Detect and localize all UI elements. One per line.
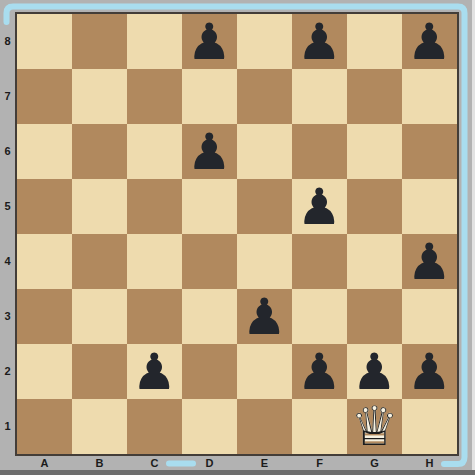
rank-label-3: 3 bbox=[0, 289, 15, 344]
square-f7[interactable] bbox=[292, 69, 347, 124]
black-pawn[interactable]: ♟ bbox=[292, 344, 347, 399]
square-a6[interactable] bbox=[17, 124, 72, 179]
square-f4[interactable] bbox=[292, 234, 347, 289]
square-a8[interactable] bbox=[17, 14, 72, 69]
square-c7[interactable] bbox=[127, 69, 182, 124]
square-a2[interactable] bbox=[17, 344, 72, 399]
black-pawn[interactable]: ♟ bbox=[182, 14, 237, 69]
black-pawn[interactable]: ♟ bbox=[292, 14, 347, 69]
square-h4[interactable]: ♟ bbox=[402, 234, 457, 289]
square-h8[interactable]: ♟ bbox=[402, 14, 457, 69]
square-h7[interactable] bbox=[402, 69, 457, 124]
square-a5[interactable] bbox=[17, 179, 72, 234]
square-g2[interactable]: ♟ bbox=[347, 344, 402, 399]
square-e2[interactable] bbox=[237, 344, 292, 399]
black-pawn[interactable]: ♟ bbox=[127, 344, 182, 399]
rank-label-2: 2 bbox=[0, 344, 15, 399]
square-d4[interactable] bbox=[182, 234, 237, 289]
square-c3[interactable] bbox=[127, 289, 182, 344]
square-a7[interactable] bbox=[17, 69, 72, 124]
square-d6[interactable]: ♟ bbox=[182, 124, 237, 179]
square-a4[interactable] bbox=[17, 234, 72, 289]
square-g6[interactable] bbox=[347, 124, 402, 179]
square-e5[interactable] bbox=[237, 179, 292, 234]
square-b8[interactable] bbox=[72, 14, 127, 69]
square-d2[interactable] bbox=[182, 344, 237, 399]
square-a3[interactable] bbox=[17, 289, 72, 344]
square-b3[interactable] bbox=[72, 289, 127, 344]
square-f8[interactable]: ♟ bbox=[292, 14, 347, 69]
square-d1[interactable] bbox=[182, 399, 237, 454]
rank-label-4: 4 bbox=[0, 234, 15, 289]
square-h5[interactable] bbox=[402, 179, 457, 234]
square-g8[interactable] bbox=[347, 14, 402, 69]
square-b4[interactable] bbox=[72, 234, 127, 289]
file-label-b: B bbox=[72, 455, 127, 471]
file-label-a: A bbox=[17, 455, 72, 471]
rank-label-6: 6 bbox=[0, 124, 15, 179]
rank-label-5: 5 bbox=[0, 179, 15, 234]
file-label-h: H bbox=[402, 455, 457, 471]
square-c8[interactable] bbox=[127, 14, 182, 69]
square-c5[interactable] bbox=[127, 179, 182, 234]
rank-label-8: 8 bbox=[0, 14, 15, 69]
square-c2[interactable]: ♟ bbox=[127, 344, 182, 399]
square-e7[interactable] bbox=[237, 69, 292, 124]
square-g3[interactable] bbox=[347, 289, 402, 344]
black-pawn[interactable]: ♟ bbox=[237, 289, 292, 344]
square-f5[interactable]: ♟ bbox=[292, 179, 347, 234]
square-g4[interactable] bbox=[347, 234, 402, 289]
file-label-c: C bbox=[127, 455, 182, 471]
square-h6[interactable] bbox=[402, 124, 457, 179]
square-a1[interactable] bbox=[17, 399, 72, 454]
square-g1[interactable]: ♛♕ bbox=[347, 399, 402, 454]
square-b2[interactable] bbox=[72, 344, 127, 399]
square-b7[interactable] bbox=[72, 69, 127, 124]
chess-board-widget: ♟♟♟♟♟♟♟♟♟♟♟♛♕ 87654321 ABCDEFGH bbox=[0, 0, 475, 475]
file-label-f: F bbox=[292, 455, 347, 471]
file-label-g: G bbox=[347, 455, 402, 471]
file-label-d: D bbox=[182, 455, 237, 471]
square-d8[interactable]: ♟ bbox=[182, 14, 237, 69]
square-b1[interactable] bbox=[72, 399, 127, 454]
black-pawn[interactable]: ♟ bbox=[182, 124, 237, 179]
square-d7[interactable] bbox=[182, 69, 237, 124]
black-pawn[interactable]: ♟ bbox=[402, 344, 457, 399]
square-g7[interactable] bbox=[347, 69, 402, 124]
black-pawn[interactable]: ♟ bbox=[292, 179, 347, 234]
black-pawn[interactable]: ♟ bbox=[402, 14, 457, 69]
square-d3[interactable] bbox=[182, 289, 237, 344]
white-queen-outline: ♕ bbox=[347, 399, 402, 454]
square-c4[interactable] bbox=[127, 234, 182, 289]
square-e6[interactable] bbox=[237, 124, 292, 179]
black-pawn[interactable]: ♟ bbox=[402, 234, 457, 289]
square-e3[interactable]: ♟ bbox=[237, 289, 292, 344]
rank-label-1: 1 bbox=[0, 399, 15, 454]
square-c1[interactable] bbox=[127, 399, 182, 454]
square-e1[interactable] bbox=[237, 399, 292, 454]
square-g5[interactable] bbox=[347, 179, 402, 234]
square-e4[interactable] bbox=[237, 234, 292, 289]
board-grid: ♟♟♟♟♟♟♟♟♟♟♟♛♕ bbox=[17, 14, 457, 454]
file-label-e: E bbox=[237, 455, 292, 471]
square-h3[interactable] bbox=[402, 289, 457, 344]
chess-board: ♟♟♟♟♟♟♟♟♟♟♟♛♕ bbox=[15, 12, 459, 456]
square-f2[interactable]: ♟ bbox=[292, 344, 347, 399]
rank-label-7: 7 bbox=[0, 69, 15, 124]
black-pawn[interactable]: ♟ bbox=[347, 344, 402, 399]
square-b5[interactable] bbox=[72, 179, 127, 234]
square-c6[interactable] bbox=[127, 124, 182, 179]
square-f6[interactable] bbox=[292, 124, 347, 179]
square-f1[interactable] bbox=[292, 399, 347, 454]
square-h2[interactable]: ♟ bbox=[402, 344, 457, 399]
square-d5[interactable] bbox=[182, 179, 237, 234]
square-f3[interactable] bbox=[292, 289, 347, 344]
square-b6[interactable] bbox=[72, 124, 127, 179]
square-h1[interactable] bbox=[402, 399, 457, 454]
square-e8[interactable] bbox=[237, 14, 292, 69]
